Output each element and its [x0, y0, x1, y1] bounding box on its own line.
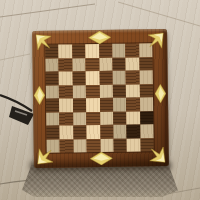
board-square-r1c1-empty — [59, 58, 73, 72]
board-square-r4c7-empty — [140, 97, 154, 111]
brass-diamond-left — [34, 85, 45, 106]
board-square-r5c6-empty — [126, 111, 140, 125]
brass-corner-ornament-bottom-right — [149, 146, 166, 163]
board-square-r1c0-empty — [45, 58, 59, 72]
board-square-r7c4-empty — [100, 138, 114, 152]
board-square-r6c3-empty — [86, 125, 100, 139]
board-square-r5c2-empty — [73, 112, 87, 126]
board-square-r1c2-empty — [72, 58, 86, 72]
brass-corner-ornament-bottom-left — [37, 148, 54, 165]
board-square-r0c6-empty — [125, 43, 139, 57]
photo-scene — [0, 0, 200, 200]
board-square-r3c4-empty — [99, 84, 113, 98]
board-square-r7c5-empty — [113, 138, 127, 152]
board-square-r3c7-empty — [139, 84, 153, 98]
board-square-r2c2-empty — [72, 71, 86, 85]
board-square-r3c6-empty — [126, 84, 140, 98]
board-square-r0c1-empty — [59, 44, 73, 58]
board-square-r1c5-empty — [112, 57, 126, 71]
board-square-r2c7-empty — [139, 70, 153, 84]
board-square-r4c5-empty — [113, 98, 127, 112]
board-square-r4c2-empty — [73, 98, 87, 112]
board-square-r0c2-empty — [72, 44, 86, 58]
board-square-r5c3-empty — [86, 112, 100, 126]
board-cast-shadow — [22, 165, 178, 197]
board-square-r1c6-empty — [126, 57, 140, 71]
board-square-r2c6-empty — [126, 70, 140, 84]
board-square-r5c0-empty — [46, 112, 60, 126]
board-square-r7c6-empty — [127, 138, 141, 152]
board-square-r5c7-empty — [140, 111, 154, 125]
board-square-r1c3-empty — [86, 58, 100, 72]
board-square-r5c1-empty — [60, 112, 74, 126]
board-square-r6c6-empty — [127, 124, 141, 138]
wood-grain-line — [0, 4, 95, 17]
board-square-r0c3-empty — [85, 44, 99, 58]
brass-diamond-top — [88, 31, 111, 44]
board-square-r6c7-empty — [140, 124, 154, 138]
board-square-r3c0-empty — [46, 85, 60, 99]
board-square-r2c0-empty — [46, 72, 60, 86]
brass-corner-ornament-top-left — [35, 34, 52, 51]
board-square-r2c5-empty — [112, 71, 126, 85]
board-square-r3c5-empty — [113, 84, 127, 98]
board-square-r5c4-empty — [100, 111, 114, 125]
chess-board — [32, 29, 169, 168]
board-square-r1c7-empty — [139, 57, 153, 71]
board-square-r7c1-empty — [60, 139, 74, 153]
board-grid — [45, 43, 153, 152]
board-square-r4c6-empty — [126, 97, 140, 111]
board-square-r4c1-empty — [59, 98, 73, 112]
board-square-r4c0-empty — [46, 99, 60, 113]
board-square-r6c5-empty — [113, 125, 127, 139]
board-square-r0c5-empty — [112, 44, 126, 58]
board-square-r6c0-empty — [46, 126, 60, 140]
board-square-r3c2-empty — [73, 85, 87, 99]
brass-diamond-right — [155, 83, 166, 104]
board-square-r4c3-empty — [86, 98, 100, 112]
board-square-r3c3-empty — [86, 85, 100, 99]
board-square-r0c4-empty — [99, 44, 113, 58]
brass-corner-ornament-top-right — [147, 32, 164, 49]
board-square-r2c4-empty — [99, 71, 113, 85]
board-square-r2c3-empty — [86, 71, 100, 85]
board-square-r2c1-empty — [59, 71, 73, 85]
brass-diamond-bottom — [90, 152, 113, 165]
board-square-r3c1-empty — [59, 85, 73, 99]
board-square-r6c1-empty — [60, 125, 74, 139]
wood-grain-line — [118, 2, 200, 26]
board-square-r5c5-empty — [113, 111, 127, 125]
board-square-r6c4-empty — [100, 125, 114, 139]
board-square-r1c4-empty — [99, 57, 113, 71]
wood-grain-line — [0, 54, 30, 60]
board-square-r6c2-empty — [73, 125, 87, 139]
board-square-r7c3-empty — [87, 139, 101, 153]
board-square-r7c2-empty — [73, 139, 87, 153]
board-square-r4c4-empty — [99, 98, 113, 112]
